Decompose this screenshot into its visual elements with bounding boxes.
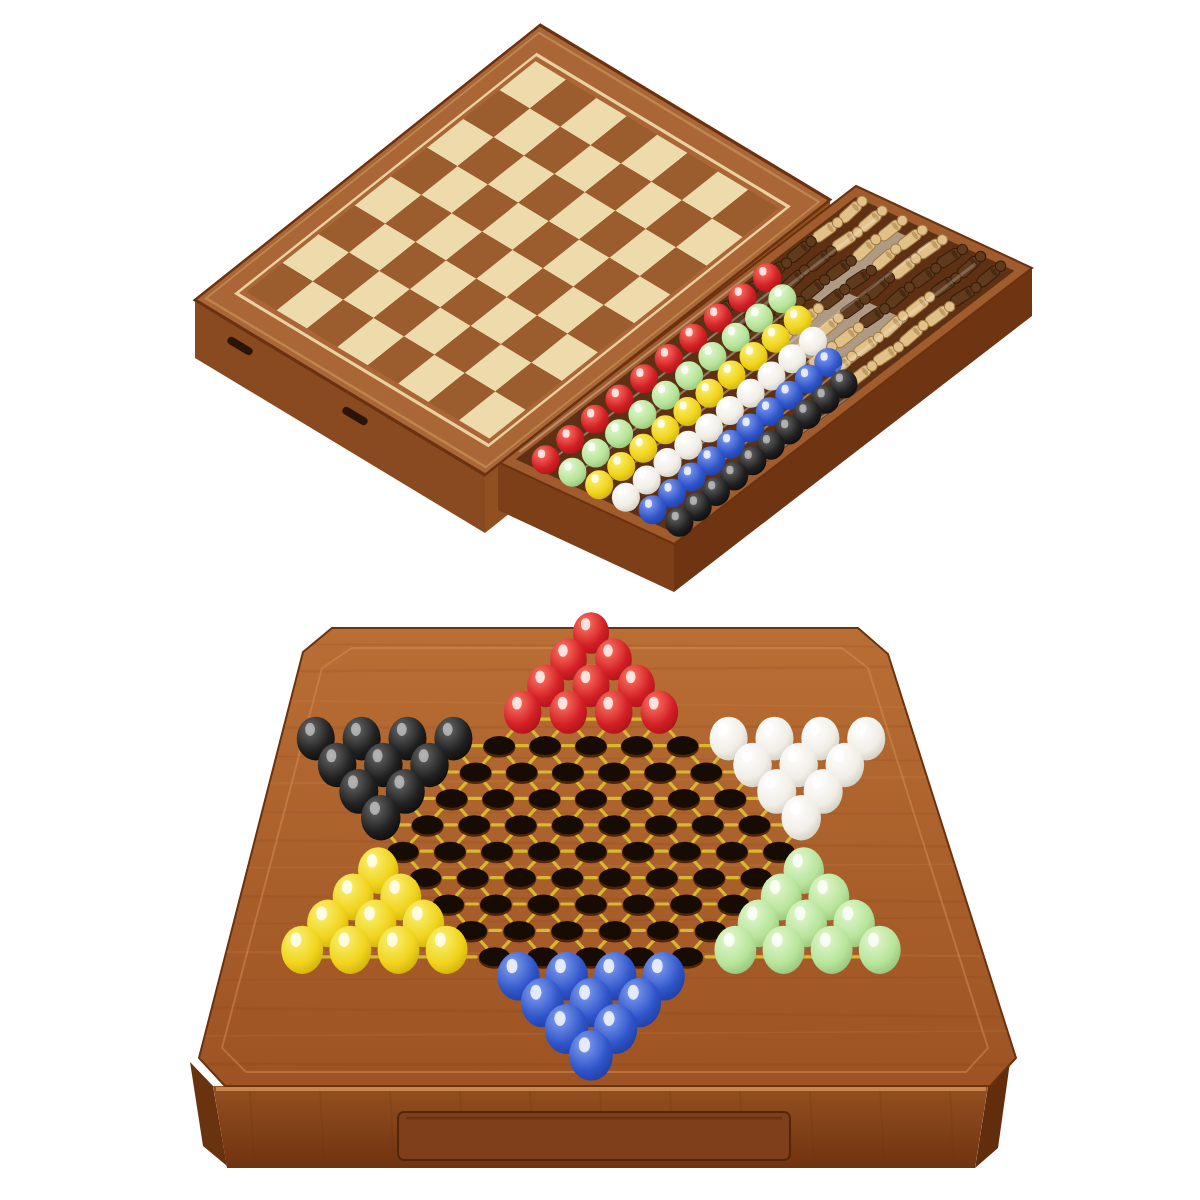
marble-black[interactable]	[361, 795, 401, 840]
board-hole[interactable]	[504, 921, 535, 940]
board-hole[interactable]	[482, 842, 513, 861]
board-hole[interactable]	[599, 921, 630, 940]
drawer-marble-green[interactable]	[605, 419, 633, 448]
board-hole[interactable]	[576, 789, 607, 808]
board-hole[interactable]	[671, 895, 702, 914]
drawer-marble-green[interactable]	[558, 458, 586, 487]
drawer-marble-yellow[interactable]	[607, 452, 635, 481]
marble-white[interactable]	[781, 795, 821, 840]
marble-green[interactable]	[714, 926, 756, 974]
board-hole[interactable]	[692, 815, 723, 834]
marble-yellow[interactable]	[426, 926, 468, 974]
marble-red[interactable]	[549, 691, 587, 734]
drawer-marble-white[interactable]	[612, 483, 640, 512]
product-photo	[0, 0, 1200, 1200]
board-hole[interactable]	[529, 842, 560, 861]
drawer-marble-black[interactable]	[665, 508, 693, 537]
chinese-checkers-board	[190, 612, 1016, 1168]
marble-red[interactable]	[595, 691, 633, 734]
drawer-marble-red[interactable]	[581, 405, 609, 434]
board-hole[interactable]	[552, 763, 583, 782]
board-hole[interactable]	[528, 895, 559, 914]
board-hole[interactable]	[670, 842, 701, 861]
board-hole[interactable]	[668, 789, 699, 808]
drawer-marble-yellow[interactable]	[651, 415, 679, 444]
board-hole[interactable]	[460, 763, 491, 782]
board-hole[interactable]	[576, 842, 607, 861]
board-hole[interactable]	[599, 763, 630, 782]
board-hole[interactable]	[505, 815, 536, 834]
marble-green[interactable]	[859, 926, 901, 974]
board-hole[interactable]	[552, 868, 583, 887]
board-hole[interactable]	[715, 789, 746, 808]
board-hole[interactable]	[599, 815, 630, 834]
board-hole[interactable]	[457, 868, 488, 887]
board-hole[interactable]	[505, 868, 536, 887]
board-hole[interactable]	[739, 815, 770, 834]
board-hole[interactable]	[552, 815, 583, 834]
board-hole[interactable]	[530, 736, 561, 755]
board-hole[interactable]	[694, 868, 725, 887]
board-hole[interactable]	[412, 815, 443, 834]
drawer-marble-blue[interactable]	[639, 495, 667, 524]
board-hole[interactable]	[436, 789, 467, 808]
board-hole[interactable]	[483, 789, 514, 808]
board-hole[interactable]	[484, 736, 515, 755]
marble-yellow[interactable]	[378, 926, 420, 974]
screenshot-root	[0, 0, 1200, 1200]
chess-box	[195, 25, 1032, 592]
board-hole[interactable]	[647, 921, 678, 940]
drawer-marble-red[interactable]	[532, 445, 560, 474]
drawer-marble-red[interactable]	[556, 425, 584, 454]
board-hole[interactable]	[646, 815, 677, 834]
marble-green[interactable]	[763, 926, 805, 974]
marble-red[interactable]	[504, 691, 542, 734]
board-hole[interactable]	[480, 895, 511, 914]
drawer-marble-yellow[interactable]	[629, 434, 657, 463]
board-hole[interactable]	[691, 763, 722, 782]
marble-red[interactable]	[641, 691, 679, 734]
board-hole[interactable]	[621, 736, 652, 755]
board-hole[interactable]	[622, 789, 653, 808]
board-hole[interactable]	[529, 789, 560, 808]
marble-green[interactable]	[811, 926, 853, 974]
drawer-marble-green[interactable]	[582, 439, 610, 468]
drawer-marble-yellow[interactable]	[585, 470, 613, 499]
board-hole[interactable]	[645, 763, 676, 782]
board-hole[interactable]	[435, 842, 466, 861]
board-hole[interactable]	[552, 921, 583, 940]
board-hole[interactable]	[646, 868, 677, 887]
marble-yellow[interactable]	[281, 926, 323, 974]
marble-yellow[interactable]	[329, 926, 371, 974]
board-hole[interactable]	[459, 815, 490, 834]
board-hole[interactable]	[576, 736, 607, 755]
marble-blue[interactable]	[569, 1030, 613, 1080]
board-hole[interactable]	[576, 895, 607, 914]
board-hole[interactable]	[623, 895, 654, 914]
board-hole[interactable]	[623, 842, 654, 861]
board-hole[interactable]	[599, 868, 630, 887]
drawer-marble-green[interactable]	[628, 400, 656, 429]
drawer-marble-red[interactable]	[605, 385, 633, 414]
board-hole[interactable]	[506, 763, 537, 782]
board-hole[interactable]	[667, 736, 698, 755]
board-hole[interactable]	[717, 842, 748, 861]
